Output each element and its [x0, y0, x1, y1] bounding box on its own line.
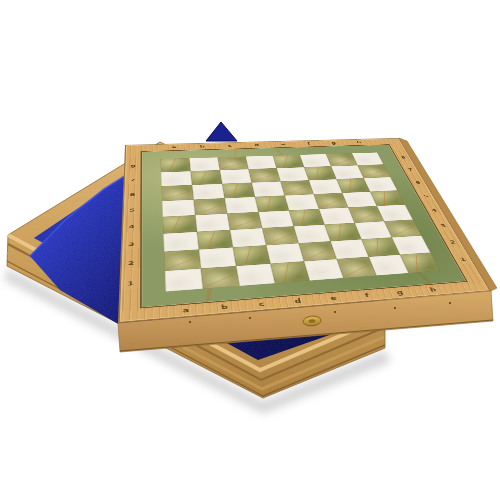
square-c2: [233, 245, 271, 266]
coordinate-label-g: g: [331, 142, 337, 145]
coordinate-label-b: b: [200, 145, 205, 148]
coordinate-label-3: 3: [440, 224, 447, 228]
coordinate-label-a: a: [183, 307, 190, 313]
square-b8: [189, 157, 220, 171]
coordinate-label-8: 8: [400, 156, 406, 159]
square-c5: [225, 197, 259, 214]
square-e8: [273, 155, 304, 168]
coordinate-label-e: e: [281, 143, 286, 146]
coordinate-label-7: 7: [130, 178, 136, 182]
square-a7: [161, 171, 192, 186]
square-b3: [197, 230, 233, 250]
coordinate-label-8: 8: [130, 165, 135, 169]
chess-case-product-photo: abcdefgh abcdefgh 87654321 87654321: [0, 0, 500, 500]
square-d8: [246, 156, 277, 170]
square-d2: [266, 243, 304, 263]
coordinate-label-b: b: [221, 304, 229, 310]
square-b2: [199, 247, 236, 268]
coordinate-label-d: d: [254, 144, 260, 147]
square-a4: [163, 215, 197, 233]
square-c7: [220, 169, 252, 184]
coordinate-label-f: f: [307, 142, 311, 145]
square-a1: [165, 268, 203, 291]
square-b5: [194, 198, 228, 215]
coordinate-label-1: 1: [459, 257, 467, 262]
coordinate-label-h: h: [356, 141, 362, 144]
coordinate-label-d: d: [294, 298, 302, 304]
coordinate-label-h: h: [429, 287, 437, 293]
coordinate-label-c: c: [258, 301, 265, 307]
coordinate-label-c: c: [227, 144, 232, 147]
coordinate-label-7: 7: [407, 168, 413, 171]
coordinate-label-5: 5: [423, 194, 430, 198]
square-d3: [262, 226, 298, 245]
square-a5: [162, 200, 195, 217]
square-d6: [252, 181, 285, 196]
coordinate-label-3: 3: [128, 242, 134, 247]
square-b6: [192, 184, 225, 200]
coordinate-label-4: 4: [129, 224, 135, 229]
square-c6: [222, 183, 255, 199]
coordinate-label-6: 6: [130, 193, 136, 197]
coordinate-label-6: 6: [415, 181, 421, 184]
coordinate-label-f: f: [364, 293, 370, 299]
square-a8: [160, 158, 190, 172]
square-d4: [258, 210, 293, 228]
square-d1: [270, 261, 309, 283]
square-a2: [164, 249, 201, 270]
coordinate-label-5: 5: [129, 208, 135, 212]
square-d5: [255, 195, 289, 211]
square-a6: [161, 185, 193, 201]
square-a3: [163, 232, 199, 252]
square-d7: [248, 168, 280, 182]
coordinate-label-e: e: [330, 295, 338, 301]
square-c3: [230, 228, 266, 247]
coordinate-label-2: 2: [449, 240, 457, 245]
square-b1: [201, 266, 240, 289]
square-b7: [191, 170, 223, 185]
coordinate-label-a: a: [172, 146, 177, 149]
square-b4: [195, 214, 230, 232]
square-c8: [218, 156, 249, 170]
square-c1: [236, 264, 275, 286]
coordinate-label-2: 2: [128, 261, 134, 266]
square-c4: [227, 212, 262, 230]
coordinate-label-4: 4: [431, 209, 438, 213]
coordinate-label-1: 1: [127, 281, 134, 287]
coordinate-label-g: g: [396, 290, 404, 296]
